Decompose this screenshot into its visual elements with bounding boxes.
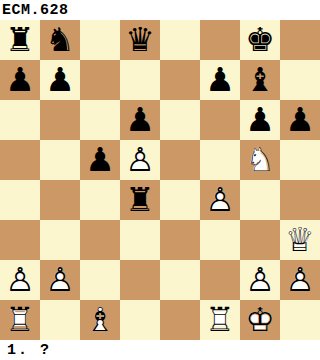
square-g3[interactable] xyxy=(240,220,280,260)
square-f8[interactable] xyxy=(200,20,240,60)
piece-white-knight[interactable]: ♞♘ xyxy=(240,140,280,180)
piece-black-queen[interactable]: ♛ xyxy=(120,20,160,60)
square-b2[interactable]: ♟♙ xyxy=(40,260,80,300)
piece-black-knight[interactable]: ♞ xyxy=(40,20,80,60)
square-a6[interactable] xyxy=(0,100,40,140)
square-g5[interactable]: ♞♘ xyxy=(240,140,280,180)
piece-white-queen[interactable]: ♛♕ xyxy=(280,220,320,260)
square-g6[interactable]: ♟ xyxy=(240,100,280,140)
piece-white-king[interactable]: ♚♔ xyxy=(240,300,280,340)
square-h6[interactable]: ♟ xyxy=(280,100,320,140)
square-a2[interactable]: ♟♙ xyxy=(0,260,40,300)
diagram-title: ECM.628 xyxy=(2,2,69,19)
square-h3[interactable]: ♛♕ xyxy=(280,220,320,260)
square-d8[interactable]: ♛ xyxy=(120,20,160,60)
square-a4[interactable] xyxy=(0,180,40,220)
piece-white-rook[interactable]: ♜♖ xyxy=(200,300,240,340)
square-g2[interactable]: ♟♙ xyxy=(240,260,280,300)
square-b4[interactable] xyxy=(40,180,80,220)
square-g4[interactable] xyxy=(240,180,280,220)
square-g1[interactable]: ♚♔ xyxy=(240,300,280,340)
square-a7[interactable]: ♟ xyxy=(0,60,40,100)
piece-black-bishop[interactable]: ♝ xyxy=(240,60,280,100)
square-c8[interactable] xyxy=(80,20,120,60)
piece-black-pawn[interactable]: ♟ xyxy=(200,60,240,100)
square-d5[interactable]: ♟♙ xyxy=(120,140,160,180)
piece-white-pawn[interactable]: ♟♙ xyxy=(0,260,40,300)
square-e6[interactable] xyxy=(160,100,200,140)
square-c3[interactable] xyxy=(80,220,120,260)
piece-black-pawn[interactable]: ♟ xyxy=(0,60,40,100)
piece-black-pawn[interactable]: ♟ xyxy=(240,100,280,140)
piece-black-rook[interactable]: ♜ xyxy=(0,20,40,60)
square-a3[interactable] xyxy=(0,220,40,260)
square-e8[interactable] xyxy=(160,20,200,60)
square-e5[interactable] xyxy=(160,140,200,180)
square-a5[interactable] xyxy=(0,140,40,180)
square-d3[interactable] xyxy=(120,220,160,260)
square-h8[interactable] xyxy=(280,20,320,60)
piece-white-pawn[interactable]: ♟♙ xyxy=(40,260,80,300)
square-b1[interactable] xyxy=(40,300,80,340)
square-e4[interactable] xyxy=(160,180,200,220)
square-h4[interactable] xyxy=(280,180,320,220)
square-f4[interactable]: ♟♙ xyxy=(200,180,240,220)
piece-black-king[interactable]: ♚ xyxy=(240,20,280,60)
square-g8[interactable]: ♚ xyxy=(240,20,280,60)
square-h5[interactable] xyxy=(280,140,320,180)
square-d2[interactable] xyxy=(120,260,160,300)
square-d1[interactable] xyxy=(120,300,160,340)
square-h1[interactable] xyxy=(280,300,320,340)
piece-white-pawn[interactable]: ♟♙ xyxy=(240,260,280,300)
square-c7[interactable] xyxy=(80,60,120,100)
chess-board: ♜♞♛♚♟♟♟♝♟♟♟♟♟♙♞♘♜♟♙♛♕♟♙♟♙♟♙♟♙♜♖♝♗♜♖♚♔ xyxy=(0,20,320,340)
square-e1[interactable] xyxy=(160,300,200,340)
square-c2[interactable] xyxy=(80,260,120,300)
square-e7[interactable] xyxy=(160,60,200,100)
square-f5[interactable] xyxy=(200,140,240,180)
piece-white-bishop[interactable]: ♝♗ xyxy=(80,300,120,340)
square-d4[interactable]: ♜ xyxy=(120,180,160,220)
piece-white-pawn[interactable]: ♟♙ xyxy=(280,260,320,300)
diagram-header: ECM.628 xyxy=(0,0,320,20)
piece-white-pawn[interactable]: ♟♙ xyxy=(200,180,240,220)
piece-black-rook[interactable]: ♜ xyxy=(120,180,160,220)
square-h7[interactable] xyxy=(280,60,320,100)
square-c1[interactable]: ♝♗ xyxy=(80,300,120,340)
square-a1[interactable]: ♜♖ xyxy=(0,300,40,340)
piece-black-pawn[interactable]: ♟ xyxy=(280,100,320,140)
piece-black-pawn[interactable]: ♟ xyxy=(120,100,160,140)
square-c5[interactable]: ♟ xyxy=(80,140,120,180)
square-f3[interactable] xyxy=(200,220,240,260)
square-e3[interactable] xyxy=(160,220,200,260)
square-b8[interactable]: ♞ xyxy=(40,20,80,60)
square-a8[interactable]: ♜ xyxy=(0,20,40,60)
diagram-footer: 1. ? xyxy=(0,340,320,360)
square-c6[interactable] xyxy=(80,100,120,140)
square-b3[interactable] xyxy=(40,220,80,260)
piece-black-pawn[interactable]: ♟ xyxy=(40,60,80,100)
square-h2[interactable]: ♟♙ xyxy=(280,260,320,300)
piece-white-rook[interactable]: ♜♖ xyxy=(0,300,40,340)
square-d7[interactable] xyxy=(120,60,160,100)
square-d6[interactable]: ♟ xyxy=(120,100,160,140)
square-g7[interactable]: ♝ xyxy=(240,60,280,100)
square-f6[interactable] xyxy=(200,100,240,140)
piece-white-pawn[interactable]: ♟♙ xyxy=(120,140,160,180)
square-f7[interactable]: ♟ xyxy=(200,60,240,100)
square-c4[interactable] xyxy=(80,180,120,220)
move-prompt: 1. ? xyxy=(7,342,51,359)
piece-black-pawn[interactable]: ♟ xyxy=(80,140,120,180)
square-b6[interactable] xyxy=(40,100,80,140)
square-f1[interactable]: ♜♖ xyxy=(200,300,240,340)
square-b7[interactable]: ♟ xyxy=(40,60,80,100)
square-e2[interactable] xyxy=(160,260,200,300)
square-b5[interactable] xyxy=(40,140,80,180)
square-f2[interactable] xyxy=(200,260,240,300)
